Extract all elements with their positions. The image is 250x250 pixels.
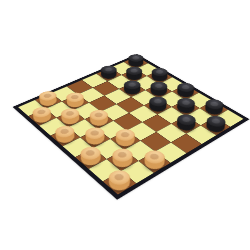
checker-groove-glyph: ● [115, 150, 130, 160]
checker-groove-glyph: ● [103, 66, 115, 72]
checker-groove-glyph: ● [147, 152, 162, 162]
checker-groove-glyph: ● [118, 130, 132, 139]
checker-groove-glyph: ● [209, 117, 223, 125]
checker-groove-glyph: ● [92, 111, 106, 119]
checker-groove-glyph: ● [153, 82, 166, 89]
checker-piece-dark[interactable]: ● [174, 101, 198, 115]
product-photo-scene: ●●●●●●●●●●●●●●●●●●●●●●●● [0, 0, 250, 250]
checker-piece-light[interactable]: ● [141, 153, 168, 171]
checker-groove-glyph: ● [63, 109, 77, 117]
checker-groove-glyph: ● [41, 92, 54, 99]
checker-groove-glyph: ● [180, 84, 193, 91]
checkers-board: ●●●●●●●●●●●●●●●●●●●●●●●● [13, 54, 250, 200]
checker-groove-glyph: ● [58, 127, 72, 136]
checker-groove-glyph: ● [69, 93, 82, 100]
checker-groove-glyph: ● [208, 100, 221, 108]
checker-groove-glyph: ● [111, 171, 127, 182]
checker-groove-glyph: ● [83, 148, 98, 158]
checker-groove-glyph: ● [154, 69, 166, 75]
checker-groove-glyph: ● [35, 108, 48, 116]
checker-groove-glyph: ● [126, 81, 139, 88]
checker-piece-light[interactable]: ● [105, 173, 133, 193]
checker-groove-glyph: ● [130, 55, 142, 61]
checker-groove-glyph: ● [88, 128, 102, 137]
checker-groove-glyph: ● [180, 115, 194, 123]
checker-groove-glyph: ● [128, 67, 140, 73]
checker-groove-glyph: ● [151, 97, 164, 104]
checker-groove-glyph: ● [180, 99, 193, 106]
